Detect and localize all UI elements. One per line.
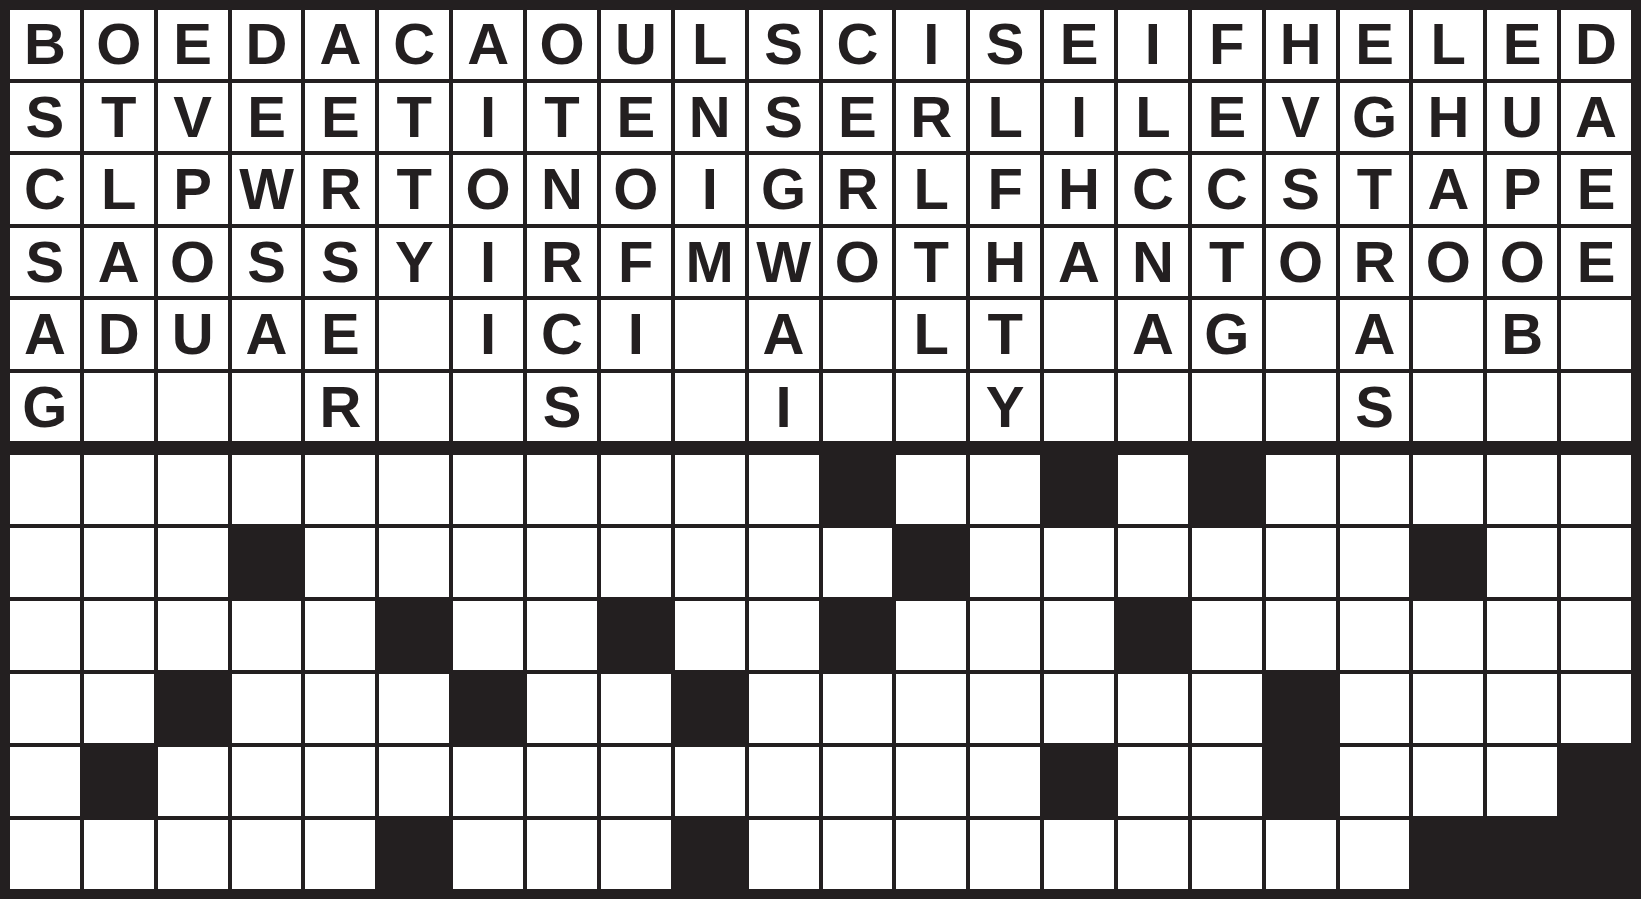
solution-cell-r5-c4-empty[interactable] — [230, 745, 304, 818]
letter-bank-cell-r5-c11-letter-A: A — [747, 298, 821, 371]
letter-bank-cell-r6-c20-empty — [1411, 371, 1485, 444]
letter-bank-cell-r3-c2-letter-L: L — [82, 153, 156, 226]
solution-cell-r6-c14-empty[interactable] — [968, 818, 1042, 891]
letter-bank-cell-r3-c19-letter-T: T — [1338, 153, 1412, 226]
solution-cell-r6-c20-black — [1411, 818, 1485, 891]
solution-cell-r6-c5-empty[interactable] — [303, 818, 377, 891]
solution-cell-r3-c4-empty[interactable] — [230, 599, 304, 672]
letter-bank-cell-r4-c14-letter-H: H — [968, 226, 1042, 299]
letter-bank-cell-r2-c13-letter-R: R — [894, 81, 968, 154]
letter-bank-cell-r1-c1-letter-B: B — [8, 8, 82, 81]
letter-bank-cell-r1-c5-letter-A: A — [303, 8, 377, 81]
letter-bank-cell-r4-c12-letter-O: O — [821, 226, 895, 299]
solution-cell-r1-c11-empty[interactable] — [747, 453, 821, 526]
letter-bank-cell-r4-c2-letter-A: A — [82, 226, 156, 299]
letter-bank-cell-r3-c9-letter-O: O — [599, 153, 673, 226]
letter-bank-cell-r6-c17-empty — [1190, 371, 1264, 444]
solution-cell-r3-c5-empty[interactable] — [303, 599, 377, 672]
solution-cell-r4-c6-empty[interactable] — [377, 672, 451, 745]
letter-bank-cell-r3-c18-letter-S: S — [1264, 153, 1338, 226]
letter-bank-cell-r6-c13-empty — [894, 371, 968, 444]
letter-bank-cell-r1-c19-letter-E: E — [1338, 8, 1412, 81]
solution-cell-r6-c13-empty[interactable] — [894, 818, 968, 891]
letter-bank-cell-r2-c8-letter-T: T — [525, 81, 599, 154]
letter-bank-cell-r1-c6-letter-C: C — [377, 8, 451, 81]
solution-cell-r2-c20-black — [1411, 526, 1485, 599]
solution-cell-r5-c9-empty[interactable] — [599, 745, 673, 818]
solution-cell-r3-c16-black — [1116, 599, 1190, 672]
solution-cell-r1-c1-empty[interactable] — [8, 453, 82, 526]
letter-bank-cell-r3-c5-letter-R: R — [303, 153, 377, 226]
solution-cell-r3-c13-empty[interactable] — [894, 599, 968, 672]
solution-cell-r5-c22-black — [1559, 745, 1633, 818]
letter-bank-cell-r6-c8-letter-S: S — [525, 371, 599, 444]
letter-bank-cell-r3-c6-letter-T: T — [377, 153, 451, 226]
solution-cell-r4-c8-empty[interactable] — [525, 672, 599, 745]
solution-cell-r4-c7-black — [451, 672, 525, 745]
letter-bank-cell-r3-c8-letter-N: N — [525, 153, 599, 226]
solution-cell-r3-c22-empty[interactable] — [1559, 599, 1633, 672]
letter-bank-cell-r5-c18-empty — [1264, 298, 1338, 371]
letter-bank-cell-r3-c7-letter-O: O — [451, 153, 525, 226]
solution-cell-r1-c3-empty[interactable] — [156, 453, 230, 526]
solution-cell-r1-c7-empty[interactable] — [451, 453, 525, 526]
solution-cell-r4-c10-black — [673, 672, 747, 745]
solution-cell-r2-c8-empty[interactable] — [525, 526, 599, 599]
solution-cell-r2-c5-empty[interactable] — [303, 526, 377, 599]
letter-bank-cell-r6-c14-letter-Y: Y — [968, 371, 1042, 444]
letter-bank-cell-r1-c20-letter-L: L — [1411, 8, 1485, 81]
letter-bank-cell-r3-c10-letter-I: I — [673, 153, 747, 226]
solution-cell-r2-c13-black — [894, 526, 968, 599]
letter-bank-cell-r2-c22-letter-A: A — [1559, 81, 1633, 154]
solution-cell-r5-c7-empty[interactable] — [451, 745, 525, 818]
solution-cell-r2-c17-empty[interactable] — [1190, 526, 1264, 599]
solution-cell-r6-c12-empty[interactable] — [821, 818, 895, 891]
letter-bank-cell-r5-c10-empty — [673, 298, 747, 371]
letter-bank-cell-r4-c11-letter-W: W — [747, 226, 821, 299]
solution-cell-r6-c1-empty[interactable] — [8, 818, 82, 891]
letter-bank-cell-r6-c12-empty — [821, 371, 895, 444]
letter-bank-cell-r3-c13-letter-L: L — [894, 153, 968, 226]
letter-bank-cell-r4-c5-letter-S: S — [303, 226, 377, 299]
solution-cell-r1-c22-empty[interactable] — [1559, 453, 1633, 526]
solution-cell-r3-c14-empty[interactable] — [968, 599, 1042, 672]
letter-bank-cell-r2-c3-letter-V: V — [156, 81, 230, 154]
letter-bank-cell-r4-c3-letter-O: O — [156, 226, 230, 299]
solution-cell-r3-c20-empty[interactable] — [1411, 599, 1485, 672]
solution-cell-r6-c15-empty[interactable] — [1042, 818, 1116, 891]
solution-cell-r3-c12-black — [821, 599, 895, 672]
solution-cell-r3-c18-empty[interactable] — [1264, 599, 1338, 672]
letter-bank-cell-r2-c4-letter-E: E — [230, 81, 304, 154]
solution-cell-r4-c14-empty[interactable] — [968, 672, 1042, 745]
solution-cell-r3-c9-black — [599, 599, 673, 672]
solution-cell-r3-c6-black — [377, 599, 451, 672]
letter-bank-cell-r1-c12-letter-C: C — [821, 8, 895, 81]
letter-bank-cell-r5-c6-empty — [377, 298, 451, 371]
solution-cell-r2-c10-empty[interactable] — [673, 526, 747, 599]
letter-bank-cell-r6-c7-empty — [451, 371, 525, 444]
solution-cell-r2-c2-empty[interactable] — [82, 526, 156, 599]
letter-bank-cell-r4-c4-letter-S: S — [230, 226, 304, 299]
letter-bank-cell-r2-c19-letter-G: G — [1338, 81, 1412, 154]
letter-bank-cell-r4-c8-letter-R: R — [525, 226, 599, 299]
solution-cell-r6-c8-empty[interactable] — [525, 818, 599, 891]
letter-bank-cell-r3-c12-letter-R: R — [821, 153, 895, 226]
solution-cell-r1-c12-black — [821, 453, 895, 526]
letter-bank-cell-r3-c14-letter-F: F — [968, 153, 1042, 226]
letter-bank-cell-r3-c11-letter-G: G — [747, 153, 821, 226]
solution-cell-r4-c22-empty[interactable] — [1559, 672, 1633, 745]
letter-bank-cell-r5-c3-letter-U: U — [156, 298, 230, 371]
letter-bank-cell-r1-c13-letter-I: I — [894, 8, 968, 81]
solution-cell-r3-c1-empty[interactable] — [8, 599, 82, 672]
letter-bank-cell-r2-c6-letter-T: T — [377, 81, 451, 154]
solution-cell-r6-c10-black — [673, 818, 747, 891]
solution-cell-r4-c12-empty[interactable] — [821, 672, 895, 745]
letter-bank-cell-r5-c4-letter-A: A — [230, 298, 304, 371]
letter-bank-cell-r3-c21-letter-P: P — [1485, 153, 1559, 226]
solution-cell-r6-c2-empty[interactable] — [82, 818, 156, 891]
letter-bank-cell-r2-c11-letter-S: S — [747, 81, 821, 154]
solution-cell-r1-c14-empty[interactable] — [968, 453, 1042, 526]
letter-bank-cell-r5-c1-letter-A: A — [8, 298, 82, 371]
letter-bank-cell-r5-c2-letter-D: D — [82, 298, 156, 371]
solution-cell-r1-c19-empty[interactable] — [1338, 453, 1412, 526]
solution-cell-r4-c20-empty[interactable] — [1411, 672, 1485, 745]
solution-cell-r6-c7-empty[interactable] — [451, 818, 525, 891]
solution-cell-r5-c6-empty[interactable] — [377, 745, 451, 818]
puzzle-board: BOEDACAOULSCISEIFHELEDSTVEETITENSERLILEV… — [0, 0, 1641, 899]
letter-bank-cell-r5-c8-letter-C: C — [525, 298, 599, 371]
letter-bank-cell-r4-c16-letter-N: N — [1116, 226, 1190, 299]
letter-bank-cell-r2-c16-letter-L: L — [1116, 81, 1190, 154]
letter-bank-cell-r6-c1-letter-G: G — [8, 371, 82, 444]
solution-cell-r5-c15-black — [1042, 745, 1116, 818]
solution-cell-r4-c19-empty[interactable] — [1338, 672, 1412, 745]
solution-cell-r1-c17-black — [1190, 453, 1264, 526]
solution-cell-r1-c5-empty[interactable] — [303, 453, 377, 526]
solution-cell-r5-c18-black — [1264, 745, 1338, 818]
solution-cell-r2-c4-black — [230, 526, 304, 599]
letter-bank-cell-r2-c7-letter-I: I — [451, 81, 525, 154]
solution-cell-r1-c4-empty[interactable] — [230, 453, 304, 526]
solution-cell-r3-c2-empty[interactable] — [82, 599, 156, 672]
letter-bank-cell-r4-c10-letter-M: M — [673, 226, 747, 299]
solution-cell-r1-c6-empty[interactable] — [377, 453, 451, 526]
letter-bank-cell-r1-c18-letter-H: H — [1264, 8, 1338, 81]
solution-cell-r5-c1-empty[interactable] — [8, 745, 82, 818]
solution-cell-r6-c11-empty[interactable] — [747, 818, 821, 891]
letter-bank-cell-r3-c16-letter-C: C — [1116, 153, 1190, 226]
letter-bank-cell-r3-c22-letter-E: E — [1559, 153, 1633, 226]
solution-cell-r2-c15-empty[interactable] — [1042, 526, 1116, 599]
solution-cell-r5-c14-empty[interactable] — [968, 745, 1042, 818]
solution-cell-r4-c3-black — [156, 672, 230, 745]
solution-cell-r5-c5-empty[interactable] — [303, 745, 377, 818]
letter-bank-cell-r2-c18-letter-V: V — [1264, 81, 1338, 154]
letter-bank-cell-r6-c5-letter-R: R — [303, 371, 377, 444]
letter-bank-cell-r6-c15-empty — [1042, 371, 1116, 444]
letter-bank-cell-r3-c1-letter-C: C — [8, 153, 82, 226]
solution-cell-r1-c21-empty[interactable] — [1485, 453, 1559, 526]
letter-bank-cell-r1-c16-letter-I: I — [1116, 8, 1190, 81]
solution-cell-r6-c21-black — [1485, 818, 1559, 891]
solution-cell-r2-c7-empty[interactable] — [451, 526, 525, 599]
letter-bank-cell-r6-c3-empty — [156, 371, 230, 444]
solution-cell-r1-c16-empty[interactable] — [1116, 453, 1190, 526]
solution-cell-r2-c6-empty[interactable] — [377, 526, 451, 599]
letter-bank-cell-r1-c8-letter-O: O — [525, 8, 599, 81]
letter-bank-cell-r2-c2-letter-T: T — [82, 81, 156, 154]
solution-cell-r6-c9-empty[interactable] — [599, 818, 673, 891]
solution-cell-r5-c8-empty[interactable] — [525, 745, 599, 818]
solution-cell-r3-c15-empty[interactable] — [1042, 599, 1116, 672]
letter-bank-cell-r2-c12-letter-E: E — [821, 81, 895, 154]
letter-bank-cell-r5-c9-letter-I: I — [599, 298, 673, 371]
letter-bank-cell-r1-c10-letter-L: L — [673, 8, 747, 81]
letter-bank-cell-r1-c11-letter-S: S — [747, 8, 821, 81]
solution-cell-r4-c15-empty[interactable] — [1042, 672, 1116, 745]
solution-cell-r4-c9-empty[interactable] — [599, 672, 673, 745]
letter-bank-cell-r5-c13-letter-L: L — [894, 298, 968, 371]
letter-bank-cell-r1-c21-letter-E: E — [1485, 8, 1559, 81]
solution-cell-r2-c12-empty[interactable] — [821, 526, 895, 599]
solution-cell-r4-c2-empty[interactable] — [82, 672, 156, 745]
letter-bank-cell-r2-c10-letter-N: N — [673, 81, 747, 154]
solution-cell-r5-c16-empty[interactable] — [1116, 745, 1190, 818]
letter-bank-cell-r1-c15-letter-E: E — [1042, 8, 1116, 81]
solution-cell-r1-c8-empty[interactable] — [525, 453, 599, 526]
section-divider — [8, 443, 1633, 453]
letter-bank-cell-r4-c22-letter-E: E — [1559, 226, 1633, 299]
letter-bank-cell-r6-c22-empty — [1559, 371, 1633, 444]
letter-bank-cell-r4-c17-letter-T: T — [1190, 226, 1264, 299]
letter-bank-cell-r6-c19-letter-S: S — [1338, 371, 1412, 444]
solution-cell-r1-c9-empty[interactable] — [599, 453, 673, 526]
solution-cell-r4-c13-empty[interactable] — [894, 672, 968, 745]
letter-bank-cell-r3-c3-letter-P: P — [156, 153, 230, 226]
solution-cell-r4-c1-empty[interactable] — [8, 672, 82, 745]
letter-bank-cell-r2-c20-letter-H: H — [1411, 81, 1485, 154]
solution-cell-r5-c21-empty[interactable] — [1485, 745, 1559, 818]
solution-cell-r4-c21-empty[interactable] — [1485, 672, 1559, 745]
letter-bank-cell-r5-c16-letter-A: A — [1116, 298, 1190, 371]
solution-cell-r5-c17-empty[interactable] — [1190, 745, 1264, 818]
letter-bank-cell-r6-c2-empty — [82, 371, 156, 444]
solution-cell-r3-c19-empty[interactable] — [1338, 599, 1412, 672]
solution-cell-r6-c3-empty[interactable] — [156, 818, 230, 891]
letter-bank-cell-r2-c21-letter-U: U — [1485, 81, 1559, 154]
letter-bank-cell-r2-c14-letter-L: L — [968, 81, 1042, 154]
letter-bank-cell-r1-c7-letter-A: A — [451, 8, 525, 81]
solution-cell-r5-c19-empty[interactable] — [1338, 745, 1412, 818]
letter-bank-cell-r5-c15-empty — [1042, 298, 1116, 371]
solution-cell-r6-c19-empty[interactable] — [1338, 818, 1412, 891]
letter-bank-cell-r6-c21-empty — [1485, 371, 1559, 444]
letter-bank-cell-r1-c22-letter-D: D — [1559, 8, 1633, 81]
letter-bank-cell-r3-c4-letter-W: W — [230, 153, 304, 226]
letter-bank-cell-r4-c7-letter-I: I — [451, 226, 525, 299]
solution-cell-r3-c21-empty[interactable] — [1485, 599, 1559, 672]
letter-bank-cell-r5-c22-empty — [1559, 298, 1633, 371]
solution-cell-r2-c3-empty[interactable] — [156, 526, 230, 599]
solution-cell-r6-c6-black — [377, 818, 451, 891]
solution-cell-r3-c7-empty[interactable] — [451, 599, 525, 672]
letter-bank-cell-r6-c16-empty — [1116, 371, 1190, 444]
letter-bank-cell-r1-c9-letter-U: U — [599, 8, 673, 81]
letter-bank-cell-r5-c12-empty — [821, 298, 895, 371]
letter-bank-cell-r4-c1-letter-S: S — [8, 226, 82, 299]
solution-cell-r5-c10-empty[interactable] — [673, 745, 747, 818]
solution-cell-r1-c20-empty[interactable] — [1411, 453, 1485, 526]
letter-bank-cell-r5-c21-letter-B: B — [1485, 298, 1559, 371]
solution-cell-r4-c11-empty[interactable] — [747, 672, 821, 745]
letter-bank-cell-r1-c14-letter-S: S — [968, 8, 1042, 81]
solution-cell-r3-c8-empty[interactable] — [525, 599, 599, 672]
letter-bank-grid: BOEDACAOULSCISEIFHELEDSTVEETITENSERLILEV… — [8, 8, 1633, 443]
letter-bank-cell-r1-c17-letter-F: F — [1190, 8, 1264, 81]
solution-cell-r1-c2-empty[interactable] — [82, 453, 156, 526]
letter-bank-cell-r1-c2-letter-O: O — [82, 8, 156, 81]
solution-cell-r5-c13-empty[interactable] — [894, 745, 968, 818]
solution-cell-r2-c18-empty[interactable] — [1264, 526, 1338, 599]
letter-bank-cell-r4-c13-letter-T: T — [894, 226, 968, 299]
solution-cell-r3-c11-empty[interactable] — [747, 599, 821, 672]
letter-bank-cell-r5-c19-letter-A: A — [1338, 298, 1412, 371]
letter-bank-cell-r4-c19-letter-R: R — [1338, 226, 1412, 299]
solution-cell-r3-c17-empty[interactable] — [1190, 599, 1264, 672]
letter-bank-cell-r4-c6-letter-Y: Y — [377, 226, 451, 299]
letter-bank-cell-r4-c18-letter-O: O — [1264, 226, 1338, 299]
letter-bank-cell-r3-c15-letter-H: H — [1042, 153, 1116, 226]
letter-bank-cell-r5-c20-empty — [1411, 298, 1485, 371]
letter-bank-cell-r3-c17-letter-C: C — [1190, 153, 1264, 226]
letter-bank-cell-r5-c5-letter-E: E — [303, 298, 377, 371]
letter-bank-cell-r6-c4-empty — [230, 371, 304, 444]
solution-cell-r2-c16-empty[interactable] — [1116, 526, 1190, 599]
solution-cell-r4-c18-black — [1264, 672, 1338, 745]
solution-cell-r1-c13-empty[interactable] — [894, 453, 968, 526]
solution-cell-r2-c9-empty[interactable] — [599, 526, 673, 599]
solution-cell-r4-c5-empty[interactable] — [303, 672, 377, 745]
letter-bank-cell-r6-c18-empty — [1264, 371, 1338, 444]
letter-bank-cell-r5-c14-letter-T: T — [968, 298, 1042, 371]
solution-cell-r4-c16-empty[interactable] — [1116, 672, 1190, 745]
letter-bank-cell-r1-c4-letter-D: D — [230, 8, 304, 81]
solution-cell-r1-c18-empty[interactable] — [1264, 453, 1338, 526]
solution-cell-r2-c19-empty[interactable] — [1338, 526, 1412, 599]
solution-cell-r2-c22-empty[interactable] — [1559, 526, 1633, 599]
solution-cell-r5-c12-empty[interactable] — [821, 745, 895, 818]
solution-cell-r5-c11-empty[interactable] — [747, 745, 821, 818]
solution-cell-r4-c17-empty[interactable] — [1190, 672, 1264, 745]
solution-cell-r2-c11-empty[interactable] — [747, 526, 821, 599]
letter-bank-cell-r4-c9-letter-F: F — [599, 226, 673, 299]
letter-bank-cell-r4-c21-letter-O: O — [1485, 226, 1559, 299]
letter-bank-cell-r4-c20-letter-O: O — [1411, 226, 1485, 299]
letter-bank-cell-r4-c15-letter-A: A — [1042, 226, 1116, 299]
solution-cell-r6-c17-empty[interactable] — [1190, 818, 1264, 891]
letter-bank-cell-r2-c17-letter-E: E — [1190, 81, 1264, 154]
solution-cell-r5-c3-empty[interactable] — [156, 745, 230, 818]
letter-bank-cell-r2-c15-letter-I: I — [1042, 81, 1116, 154]
solution-cell-r5-c20-empty[interactable] — [1411, 745, 1485, 818]
solution-cell-r6-c16-empty[interactable] — [1116, 818, 1190, 891]
solution-cell-r1-c10-empty[interactable] — [673, 453, 747, 526]
solution-cell-r3-c10-empty[interactable] — [673, 599, 747, 672]
solution-cell-r6-c4-empty[interactable] — [230, 818, 304, 891]
solution-cell-r2-c21-empty[interactable] — [1485, 526, 1559, 599]
solution-cell-r3-c3-empty[interactable] — [156, 599, 230, 672]
letter-bank-cell-r2-c9-letter-E: E — [599, 81, 673, 154]
solution-cell-r6-c22-black — [1559, 818, 1633, 891]
solution-cell-r2-c1-empty[interactable] — [8, 526, 82, 599]
letter-bank-cell-r6-c9-empty — [599, 371, 673, 444]
letter-bank-cell-r1-c3-letter-E: E — [156, 8, 230, 81]
letter-bank-cell-r5-c17-letter-G: G — [1190, 298, 1264, 371]
solution-cell-r1-c15-black — [1042, 453, 1116, 526]
letter-bank-cell-r3-c20-letter-A: A — [1411, 153, 1485, 226]
solution-cell-r6-c18-empty[interactable] — [1264, 818, 1338, 891]
solution-cell-r5-c2-black — [82, 745, 156, 818]
solution-grid — [8, 453, 1633, 891]
letter-bank-cell-r2-c5-letter-E: E — [303, 81, 377, 154]
letter-bank-cell-r2-c1-letter-S: S — [8, 81, 82, 154]
solution-cell-r4-c4-empty[interactable] — [230, 672, 304, 745]
letter-bank-cell-r6-c6-empty — [377, 371, 451, 444]
letter-bank-cell-r5-c7-letter-I: I — [451, 298, 525, 371]
letter-bank-cell-r6-c11-letter-I: I — [747, 371, 821, 444]
solution-cell-r2-c14-empty[interactable] — [968, 526, 1042, 599]
letter-bank-cell-r6-c10-empty — [673, 371, 747, 444]
